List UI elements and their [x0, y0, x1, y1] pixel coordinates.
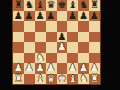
letterbox-left [0, 0, 12, 90]
square-d1[interactable]: ♛ [46, 74, 57, 85]
square-b4[interactable] [24, 42, 35, 53]
white-knight: ♞ [79, 73, 88, 83]
square-c1[interactable]: ♝ [35, 74, 46, 85]
square-a5[interactable] [13, 32, 24, 43]
letterbox-right [101, 0, 120, 90]
square-d7[interactable]: ♟ [46, 11, 57, 22]
black-pawn: ♟ [79, 10, 88, 20]
square-g4[interactable] [78, 42, 89, 53]
square-b6[interactable] [24, 21, 35, 32]
square-e7[interactable] [57, 11, 68, 22]
square-f1[interactable]: ♝ [67, 74, 78, 85]
square-f6[interactable] [67, 21, 78, 32]
black-king: ♚ [57, 0, 66, 10]
square-g6[interactable] [78, 21, 89, 32]
square-g5[interactable] [78, 32, 89, 43]
square-e3[interactable] [57, 53, 68, 64]
white-pawn: ♟ [47, 63, 56, 73]
black-pawn: ♟ [57, 31, 66, 41]
white-king: ♚ [57, 73, 66, 83]
square-h5[interactable] [89, 32, 100, 43]
white-knight: ♞ [36, 52, 45, 62]
black-pawn: ♟ [14, 10, 23, 20]
square-g7[interactable]: ♟ [78, 11, 89, 22]
square-c5[interactable] [35, 32, 46, 43]
square-d5[interactable] [46, 32, 57, 43]
black-pawn: ♟ [25, 10, 34, 20]
square-h6[interactable] [89, 21, 100, 32]
square-h4[interactable] [89, 42, 100, 53]
square-f7[interactable]: ♟ [67, 11, 78, 22]
white-rook: ♜ [90, 73, 99, 83]
square-b7[interactable]: ♟ [24, 11, 35, 22]
square-h1[interactable]: ♜ [89, 74, 100, 85]
square-e8[interactable]: ♚ [57, 0, 68, 11]
square-h7[interactable]: ♟ [89, 11, 100, 22]
square-c7[interactable]: ♟ [35, 11, 46, 22]
square-a6[interactable] [13, 21, 24, 32]
square-b2[interactable]: ♟ [24, 63, 35, 74]
square-a1[interactable]: ♜ [13, 74, 24, 85]
square-f4[interactable] [67, 42, 78, 53]
square-b5[interactable] [24, 32, 35, 43]
white-rook: ♜ [14, 73, 23, 83]
white-pawn: ♟ [68, 63, 77, 73]
square-d4[interactable] [46, 42, 57, 53]
square-c6[interactable] [35, 21, 46, 32]
square-a4[interactable] [13, 42, 24, 53]
black-pawn: ♟ [68, 10, 77, 20]
black-pawn: ♟ [90, 10, 99, 20]
white-pawn: ♟ [36, 63, 45, 73]
square-a7[interactable]: ♟ [13, 11, 24, 22]
black-pawn: ♟ [47, 10, 56, 20]
white-pawn: ♟ [90, 63, 99, 73]
letterbox-bottom [0, 85, 120, 90]
square-e4[interactable]: ♟ [57, 42, 68, 53]
white-pawn: ♟ [79, 63, 88, 73]
white-pawn: ♟ [25, 63, 34, 73]
video-frame: ♜♞♝♛♚♝♞♜♟♟♟♟♟♟♟♟♟♞♟♟♟♟♟♟♟♜♝♛♚♝♞♜ [0, 0, 120, 90]
chess-board: ♜♞♝♛♚♝♞♜♟♟♟♟♟♟♟♟♟♞♟♟♟♟♟♟♟♜♝♛♚♝♞♜ [12, 0, 101, 85]
black-pawn: ♟ [36, 10, 45, 20]
square-d6[interactable] [46, 21, 57, 32]
white-pawn: ♟ [57, 42, 66, 52]
square-e1[interactable]: ♚ [57, 74, 68, 85]
square-f5[interactable] [67, 32, 78, 43]
white-bishop: ♝ [36, 73, 45, 83]
white-bishop: ♝ [68, 73, 77, 83]
square-g1[interactable]: ♞ [78, 74, 89, 85]
white-pawn: ♟ [14, 63, 23, 73]
square-b1[interactable] [24, 74, 35, 85]
white-queen: ♛ [47, 73, 56, 83]
